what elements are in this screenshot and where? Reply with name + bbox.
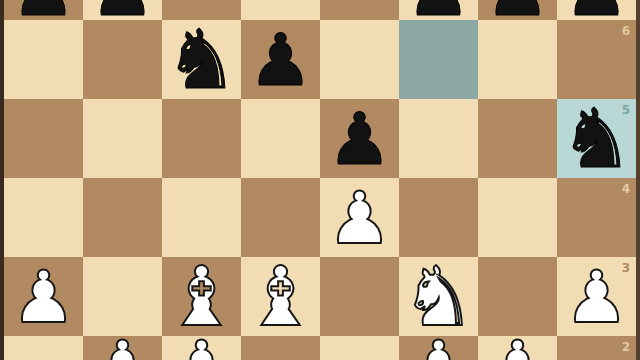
white-pawn-b2[interactable]: ♟ (83, 336, 162, 360)
square-f4[interactable] (399, 178, 478, 257)
square-f3[interactable]: ♞ (399, 257, 478, 336)
rank-label-2: 2 (622, 341, 630, 353)
square-g5[interactable] (478, 99, 557, 178)
white-pawn-h3[interactable]: ♟ (564, 261, 629, 333)
white-pawn-f2[interactable]: ♟ (399, 336, 478, 360)
black-pawn-b7[interactable]: ♟ (83, 0, 162, 20)
square-c4[interactable] (162, 178, 241, 257)
white-knight-f3[interactable]: ♞ (402, 257, 476, 336)
square-f6[interactable] (399, 20, 478, 99)
black-pawn-d6[interactable]: ♟ (248, 24, 313, 96)
square-a2[interactable] (4, 336, 83, 360)
square-a6[interactable] (4, 20, 83, 99)
square-b5[interactable] (83, 99, 162, 178)
black-pawn-g7[interactable]: ♟ (478, 0, 557, 20)
rank-label-4: 4 (622, 183, 630, 195)
square-e2[interactable] (320, 336, 399, 360)
black-pawn-f7[interactable]: ♟ (399, 0, 478, 20)
white-pawn-e4[interactable]: ♟ (327, 182, 392, 254)
square-d6[interactable]: ♟ (241, 20, 320, 99)
white-bishop-d3[interactable]: ♝ (244, 257, 318, 336)
square-h4[interactable]: 4 (557, 178, 636, 257)
black-pawn-a7[interactable]: ♟ (4, 0, 83, 20)
square-h5[interactable]: ♞5 (557, 99, 636, 178)
black-knight-c6[interactable]: ♞ (165, 20, 239, 99)
square-e4[interactable]: ♟ (320, 178, 399, 257)
square-g4[interactable] (478, 178, 557, 257)
white-bishop-c3[interactable]: ♝ (165, 257, 239, 336)
square-c2[interactable]: ♟ (162, 336, 241, 360)
square-e6[interactable] (320, 20, 399, 99)
square-f5[interactable] (399, 99, 478, 178)
square-h2[interactable]: 2 (557, 336, 636, 360)
square-a4[interactable] (4, 178, 83, 257)
rank-label-6: 6 (622, 25, 630, 37)
square-e3[interactable] (320, 257, 399, 336)
square-g7[interactable]: ♟ (478, 0, 557, 20)
square-c5[interactable] (162, 99, 241, 178)
square-c6[interactable]: ♞ (162, 20, 241, 99)
square-g2[interactable]: ♟ (478, 336, 557, 360)
square-c7[interactable] (162, 0, 241, 20)
square-b7[interactable]: ♟ (83, 0, 162, 20)
rank-label-3: 3 (622, 262, 630, 274)
white-pawn-g2[interactable]: ♟ (478, 336, 557, 360)
square-a3[interactable]: ♟ (4, 257, 83, 336)
white-pawn-a3[interactable]: ♟ (11, 261, 76, 333)
square-b3[interactable] (83, 257, 162, 336)
square-b2[interactable]: ♟ (83, 336, 162, 360)
square-d2[interactable] (241, 336, 320, 360)
chess-board[interactable]: ♟♟♟♟♟♞♟6♟♞5♟4♟♝♝♞♟3♟♟♟♟2 (4, 0, 636, 360)
black-pawn-h7[interactable]: ♟ (557, 0, 636, 20)
square-e5[interactable]: ♟ (320, 99, 399, 178)
square-f7[interactable]: ♟ (399, 0, 478, 20)
square-g6[interactable] (478, 20, 557, 99)
square-d3[interactable]: ♝ (241, 257, 320, 336)
square-c3[interactable]: ♝ (162, 257, 241, 336)
square-h6[interactable]: 6 (557, 20, 636, 99)
square-b6[interactable] (83, 20, 162, 99)
square-e7[interactable] (320, 0, 399, 20)
square-f2[interactable]: ♟ (399, 336, 478, 360)
square-a7[interactable]: ♟ (4, 0, 83, 20)
square-d4[interactable] (241, 178, 320, 257)
board-frame: ♟♟♟♟♟♞♟6♟♞5♟4♟♝♝♞♟3♟♟♟♟2 (0, 0, 640, 360)
square-h3[interactable]: ♟3 (557, 257, 636, 336)
black-pawn-e5[interactable]: ♟ (327, 103, 392, 175)
rank-label-5: 5 (622, 104, 630, 116)
square-h7[interactable]: ♟ (557, 0, 636, 20)
square-g3[interactable] (478, 257, 557, 336)
square-d7[interactable] (241, 0, 320, 20)
square-b4[interactable] (83, 178, 162, 257)
white-pawn-c2[interactable]: ♟ (162, 336, 241, 360)
square-a5[interactable] (4, 99, 83, 178)
square-d5[interactable] (241, 99, 320, 178)
